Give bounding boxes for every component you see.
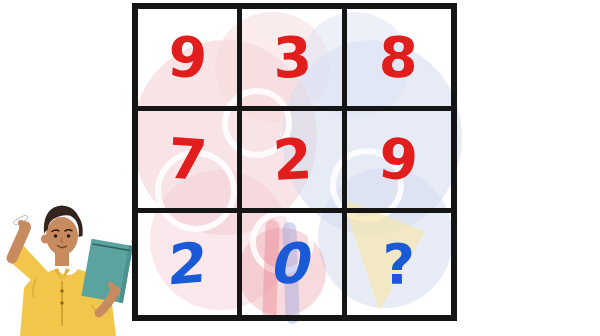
digit: 0 bbox=[266, 235, 317, 292]
grid-cell-r3c3-unknown: ? bbox=[347, 213, 451, 315]
grid-cell-r3c2: 0 bbox=[242, 213, 346, 315]
puzzle-screenshot: 9 3 8 7 2 9 2 0 ? bbox=[0, 0, 600, 336]
grid-cell-r1c1: 9 bbox=[138, 9, 242, 111]
grid-cell-r2c2: 2 bbox=[242, 111, 346, 213]
question-mark: ? bbox=[383, 236, 415, 292]
digit: 8 bbox=[378, 29, 419, 86]
grid-cell-r2c3: 9 bbox=[347, 111, 451, 213]
puzzle-grid: 9 3 8 7 2 9 2 0 ? bbox=[132, 3, 457, 321]
digit: 9 bbox=[377, 130, 422, 190]
digit: 3 bbox=[272, 29, 313, 86]
digit: 2 bbox=[167, 234, 209, 293]
digit: 9 bbox=[166, 28, 210, 87]
head-group bbox=[41, 206, 83, 267]
grid-cell-r3c1: 2 bbox=[138, 213, 242, 315]
digit: 7 bbox=[166, 130, 209, 189]
mascot-illustration bbox=[0, 192, 138, 336]
grid-cell-r1c3: 8 bbox=[347, 9, 451, 111]
grid-cell-r1c2: 3 bbox=[242, 9, 346, 111]
digit: 2 bbox=[271, 131, 313, 189]
grid-cell-r2c1: 7 bbox=[138, 111, 242, 213]
